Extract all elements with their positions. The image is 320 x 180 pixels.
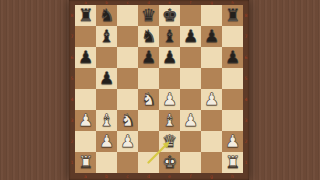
square-d8: ♛ — [138, 5, 159, 26]
file-label-d-bottom: d — [138, 173, 159, 180]
piece-black-bishop-e7: ♝ — [159, 26, 180, 47]
square-b3: ♝ — [96, 110, 117, 131]
piece-black-king-e8: ♚ — [159, 5, 180, 26]
rank-label-2-right: 2 — [243, 131, 249, 152]
file-label-f-bottom: f — [180, 173, 201, 180]
piece-white-king-e1: ♚ — [159, 152, 180, 173]
square-c5 — [117, 68, 138, 89]
piece-black-rook-h8: ♜ — [222, 5, 243, 26]
square-e3: ♝ — [159, 110, 180, 131]
square-b6 — [96, 47, 117, 68]
square-f6 — [180, 47, 201, 68]
square-c8 — [117, 5, 138, 26]
square-b5: ♟ — [96, 68, 117, 89]
square-g4: ♟ — [201, 89, 222, 110]
square-g7: ♟ — [201, 26, 222, 47]
square-f3: ♟ — [180, 110, 201, 131]
square-h4 — [222, 89, 243, 110]
square-d5 — [138, 68, 159, 89]
piece-white-knight-d4: ♞ — [138, 89, 159, 110]
chess-board: ♜♞♛♚♜♝♞♝♟♟♟♟♟♟♟♞♟♟♟♝♞♝♟♟♟♛♟♜♚♜ aabbccdde… — [69, 0, 249, 180]
square-g6 — [201, 47, 222, 68]
square-c7 — [117, 26, 138, 47]
square-f1 — [180, 152, 201, 173]
square-a2 — [75, 131, 96, 152]
square-f5 — [180, 68, 201, 89]
square-c2: ♟ — [117, 131, 138, 152]
square-b8: ♞ — [96, 5, 117, 26]
piece-white-pawn-g4: ♟ — [201, 89, 222, 110]
square-b2: ♟ — [96, 131, 117, 152]
square-f4 — [180, 89, 201, 110]
piece-white-rook-a1: ♜ — [75, 152, 96, 173]
square-d2 — [138, 131, 159, 152]
square-a6: ♟ — [75, 47, 96, 68]
file-label-h-bottom: h — [222, 173, 243, 180]
page-background: ♜♞♛♚♜♝♞♝♟♟♟♟♟♟♟♞♟♟♟♝♞♝♟♟♟♛♟♜♚♜ aabbccdde… — [0, 0, 320, 180]
square-f7: ♟ — [180, 26, 201, 47]
file-label-e-bottom: e — [159, 173, 180, 180]
rank-label-3-right: 3 — [243, 110, 249, 131]
square-e1: ♚ — [159, 152, 180, 173]
square-f8 — [180, 5, 201, 26]
square-h2: ♟ — [222, 131, 243, 152]
rank-label-8-right: 8 — [243, 5, 249, 26]
square-c1 — [117, 152, 138, 173]
square-h8: ♜ — [222, 5, 243, 26]
file-label-a-bottom: a — [75, 173, 96, 180]
square-h3 — [222, 110, 243, 131]
piece-black-bishop-b7: ♝ — [96, 26, 117, 47]
piece-white-bishop-e3: ♝ — [159, 110, 180, 131]
piece-black-pawn-h6: ♟ — [222, 47, 243, 68]
file-label-b-bottom: b — [96, 173, 117, 180]
rank-label-4-right: 4 — [243, 89, 249, 110]
piece-white-rook-h1: ♜ — [222, 152, 243, 173]
square-c4 — [117, 89, 138, 110]
square-e7: ♝ — [159, 26, 180, 47]
square-b7: ♝ — [96, 26, 117, 47]
piece-black-queen-d8: ♛ — [138, 5, 159, 26]
square-g3 — [201, 110, 222, 131]
piece-white-pawn-a3: ♟ — [75, 110, 96, 131]
square-a7 — [75, 26, 96, 47]
piece-black-pawn-a6: ♟ — [75, 47, 96, 68]
square-g2 — [201, 131, 222, 152]
piece-black-pawn-g7: ♟ — [201, 26, 222, 47]
square-g5 — [201, 68, 222, 89]
piece-black-rook-a8: ♜ — [75, 5, 96, 26]
square-d3 — [138, 110, 159, 131]
piece-black-knight-d7: ♞ — [138, 26, 159, 47]
square-h6: ♟ — [222, 47, 243, 68]
square-e2: ♛ — [159, 131, 180, 152]
piece-black-pawn-f7: ♟ — [180, 26, 201, 47]
square-h1: ♜ — [222, 152, 243, 173]
piece-black-knight-b8: ♞ — [96, 5, 117, 26]
file-label-c-bottom: c — [117, 173, 138, 180]
square-b4 — [96, 89, 117, 110]
square-a3: ♟ — [75, 110, 96, 131]
square-a5 — [75, 68, 96, 89]
square-d1 — [138, 152, 159, 173]
square-c6 — [117, 47, 138, 68]
piece-white-queen-e2: ♛ — [159, 131, 180, 152]
square-f2 — [180, 131, 201, 152]
square-e4: ♟ — [159, 89, 180, 110]
piece-white-pawn-b2: ♟ — [96, 131, 117, 152]
piece-white-pawn-c2: ♟ — [117, 131, 138, 152]
rank-label-5-right: 5 — [243, 68, 249, 89]
square-e5 — [159, 68, 180, 89]
square-g1 — [201, 152, 222, 173]
piece-white-knight-c3: ♞ — [117, 110, 138, 131]
square-g8 — [201, 5, 222, 26]
board-grid: ♜♞♛♚♜♝♞♝♟♟♟♟♟♟♟♞♟♟♟♝♞♝♟♟♟♛♟♜♚♜ — [75, 5, 243, 173]
rank-label-7-right: 7 — [243, 26, 249, 47]
square-d6: ♟ — [138, 47, 159, 68]
piece-white-pawn-h2: ♟ — [222, 131, 243, 152]
piece-black-pawn-d6: ♟ — [138, 47, 159, 68]
square-a1: ♜ — [75, 152, 96, 173]
square-b1 — [96, 152, 117, 173]
square-h7 — [222, 26, 243, 47]
piece-white-pawn-e4: ♟ — [159, 89, 180, 110]
file-label-g-bottom: g — [201, 173, 222, 180]
square-a4 — [75, 89, 96, 110]
square-c3: ♞ — [117, 110, 138, 131]
square-e8: ♚ — [159, 5, 180, 26]
square-a8: ♜ — [75, 5, 96, 26]
piece-white-bishop-b3: ♝ — [96, 110, 117, 131]
rank-label-6-right: 6 — [243, 47, 249, 68]
rank-label-1-right: 1 — [243, 152, 249, 173]
piece-black-pawn-e6: ♟ — [159, 47, 180, 68]
piece-white-pawn-f3: ♟ — [180, 110, 201, 131]
piece-black-pawn-b5: ♟ — [96, 68, 117, 89]
square-d7: ♞ — [138, 26, 159, 47]
square-h5 — [222, 68, 243, 89]
square-d4: ♞ — [138, 89, 159, 110]
square-e6: ♟ — [159, 47, 180, 68]
